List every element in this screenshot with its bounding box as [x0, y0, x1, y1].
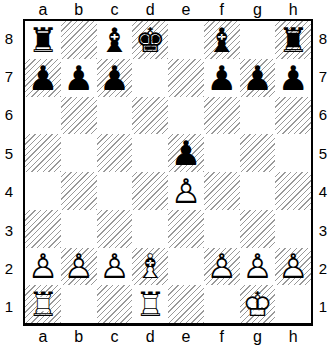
file-label-e: e	[168, 0, 204, 19]
square-e7[interactable]	[168, 59, 204, 97]
black-pawn-a7: ♟	[25, 59, 61, 97]
square-g4[interactable]	[240, 172, 276, 210]
square-c3[interactable]	[97, 210, 133, 248]
white-king-g1: ♔	[240, 285, 276, 323]
square-d7[interactable]	[132, 59, 168, 97]
rank-label-3: 3	[314, 211, 332, 249]
square-f8[interactable]: ♝	[204, 21, 240, 59]
square-b4[interactable]	[61, 172, 97, 210]
rank-label-1: 1	[0, 288, 18, 326]
rank-labels-right: 87654321	[314, 19, 332, 326]
square-g3[interactable]	[240, 210, 276, 248]
square-a5[interactable]	[25, 134, 61, 172]
square-b3[interactable]	[61, 210, 97, 248]
white-pawn-g2: ♙	[240, 248, 276, 286]
black-king-d8: ♚	[132, 21, 168, 59]
white-pawn-fill: ♟	[25, 248, 61, 286]
square-e8[interactable]	[168, 21, 204, 59]
square-a3[interactable]	[25, 210, 61, 248]
chess-board: ♜♝♚♝♜♟♟♟♟♟♟♟♟♙♟♙♟♙♟♙♝♗♟♙♟♙♟♙♜♖♜♖♚♔	[23, 19, 313, 326]
rank-label-7: 7	[314, 57, 332, 95]
square-d4[interactable]	[132, 172, 168, 210]
square-e6[interactable]	[168, 97, 204, 135]
rank-label-3: 3	[0, 211, 18, 249]
white-rook-fill: ♜	[132, 285, 168, 323]
square-b6[interactable]	[61, 97, 97, 135]
black-rook-h8: ♜	[275, 21, 311, 59]
square-c8[interactable]: ♝	[97, 21, 133, 59]
file-label-h: h	[275, 0, 311, 19]
rank-label-4: 4	[0, 173, 18, 211]
file-label-g: g	[240, 325, 276, 349]
black-bishop-f8: ♝	[204, 21, 240, 59]
file-label-a: a	[25, 0, 61, 19]
square-g6[interactable]	[240, 97, 276, 135]
square-a1[interactable]: ♜♖	[25, 285, 61, 323]
square-h4[interactable]	[275, 172, 311, 210]
square-h7[interactable]: ♟	[275, 59, 311, 97]
square-e1[interactable]	[168, 285, 204, 323]
white-rook-a1: ♖	[25, 285, 61, 323]
white-pawn-fill: ♟	[97, 248, 133, 286]
white-pawn-fill: ♟	[275, 248, 311, 286]
file-labels-top: abcdefgh	[25, 0, 311, 19]
file-label-d: d	[132, 0, 168, 19]
square-c1[interactable]	[97, 285, 133, 323]
file-label-b: b	[61, 325, 97, 349]
white-pawn-e4: ♙	[168, 172, 204, 210]
square-c2[interactable]: ♟♙	[97, 248, 133, 286]
square-f5[interactable]	[204, 134, 240, 172]
file-label-b: b	[61, 0, 97, 19]
rank-label-2: 2	[314, 249, 332, 287]
white-rook-d1: ♖	[132, 285, 168, 323]
white-pawn-b2: ♙	[61, 248, 97, 286]
rank-label-8: 8	[314, 19, 332, 57]
square-d6[interactable]	[132, 97, 168, 135]
square-b1[interactable]	[61, 285, 97, 323]
square-h8[interactable]: ♜	[275, 21, 311, 59]
black-pawn-g7: ♟	[240, 59, 276, 97]
square-e4[interactable]: ♟♙	[168, 172, 204, 210]
black-pawn-h7: ♟	[275, 59, 311, 97]
rank-label-5: 5	[0, 134, 18, 172]
file-labels-bottom: abcdefgh	[25, 325, 311, 349]
square-d3[interactable]	[132, 210, 168, 248]
square-f3[interactable]	[204, 210, 240, 248]
square-a7[interactable]: ♟	[25, 59, 61, 97]
square-f7[interactable]: ♟	[204, 59, 240, 97]
square-g7[interactable]: ♟	[240, 59, 276, 97]
square-h6[interactable]	[275, 97, 311, 135]
square-c5[interactable]	[97, 134, 133, 172]
file-label-e: e	[168, 325, 204, 349]
file-label-f: f	[204, 325, 240, 349]
square-e5[interactable]: ♟	[168, 134, 204, 172]
file-label-g: g	[240, 0, 276, 19]
black-pawn-c7: ♟	[97, 59, 133, 97]
square-c6[interactable]	[97, 97, 133, 135]
file-label-c: c	[97, 0, 133, 19]
rank-label-8: 8	[0, 19, 18, 57]
white-pawn-f2: ♙	[204, 248, 240, 286]
square-f1[interactable]	[204, 285, 240, 323]
square-g5[interactable]	[240, 134, 276, 172]
white-bishop-d2: ♗	[132, 248, 168, 286]
square-b2[interactable]: ♟♙	[61, 248, 97, 286]
square-b8[interactable]	[61, 21, 97, 59]
square-h2[interactable]: ♟♙	[275, 248, 311, 286]
square-f2[interactable]: ♟♙	[204, 248, 240, 286]
file-label-f: f	[204, 0, 240, 19]
square-b5[interactable]	[61, 134, 97, 172]
square-d8[interactable]: ♚	[132, 21, 168, 59]
square-f6[interactable]	[204, 97, 240, 135]
chess-diagram: abcdefgh 87654321 ♜♝♚♝♜♟♟♟♟♟♟♟♟♙♟♙♟♙♟♙♝♗…	[0, 0, 332, 352]
white-pawn-h2: ♙	[275, 248, 311, 286]
square-c7[interactable]: ♟	[97, 59, 133, 97]
file-label-d: d	[132, 325, 168, 349]
file-label-c: c	[97, 325, 133, 349]
white-pawn-fill: ♟	[240, 248, 276, 286]
square-a8[interactable]: ♜	[25, 21, 61, 59]
white-pawn-c2: ♙	[97, 248, 133, 286]
rank-labels-left: 87654321	[0, 19, 18, 326]
rank-label-6: 6	[0, 96, 18, 134]
white-rook-fill: ♜	[25, 285, 61, 323]
rank-label-7: 7	[0, 57, 18, 95]
black-pawn-f7: ♟	[204, 59, 240, 97]
black-rook-a8: ♜	[25, 21, 61, 59]
square-g1[interactable]: ♚♔	[240, 285, 276, 323]
rank-label-1: 1	[314, 288, 332, 326]
rank-label-6: 6	[314, 96, 332, 134]
square-b7[interactable]: ♟	[61, 59, 97, 97]
square-g8[interactable]	[240, 21, 276, 59]
file-label-h: h	[275, 325, 311, 349]
square-h1[interactable]	[275, 285, 311, 323]
white-pawn-fill: ♟	[61, 248, 97, 286]
square-h3[interactable]	[275, 210, 311, 248]
black-pawn-e5: ♟	[168, 134, 204, 172]
square-f4[interactable]	[204, 172, 240, 210]
black-bishop-c8: ♝	[97, 21, 133, 59]
square-a4[interactable]	[25, 172, 61, 210]
square-d1[interactable]: ♜♖	[132, 285, 168, 323]
white-pawn-fill: ♟	[168, 172, 204, 210]
white-king-fill: ♚	[240, 285, 276, 323]
rank-label-2: 2	[0, 249, 18, 287]
file-label-a: a	[25, 325, 61, 349]
square-d2[interactable]: ♝♗	[132, 248, 168, 286]
square-g2[interactable]: ♟♙	[240, 248, 276, 286]
square-d5[interactable]	[132, 134, 168, 172]
square-e2[interactable]	[168, 248, 204, 286]
square-c4[interactable]	[97, 172, 133, 210]
square-a6[interactable]	[25, 97, 61, 135]
square-h5[interactable]	[275, 134, 311, 172]
rank-label-4: 4	[314, 173, 332, 211]
black-pawn-b7: ♟	[61, 59, 97, 97]
white-pawn-a2: ♙	[25, 248, 61, 286]
rank-label-5: 5	[314, 134, 332, 172]
square-a2[interactable]: ♟♙	[25, 248, 61, 286]
white-pawn-fill: ♟	[204, 248, 240, 286]
square-e3[interactable]	[168, 210, 204, 248]
white-bishop-fill: ♝	[132, 248, 168, 286]
